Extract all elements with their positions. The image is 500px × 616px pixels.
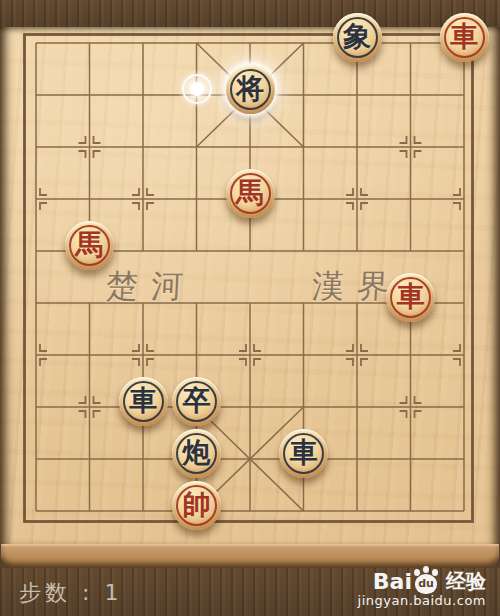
last-move-origin-marker: [182, 74, 212, 104]
piece-red-horse-a[interactable]: 馬: [226, 169, 275, 218]
piece-red-general[interactable]: 帥: [172, 481, 221, 530]
piece-character: 馬: [65, 221, 114, 270]
piece-black-chariot-b[interactable]: 車: [279, 429, 328, 478]
piece-character: 車: [119, 377, 168, 426]
baidu-paw-icon: du: [414, 568, 441, 595]
baidu-logo: Bai du 经验: [358, 567, 486, 595]
piece-character: 帥: [172, 481, 221, 530]
piece-character: 象: [333, 13, 382, 62]
baidu-jingyan-watermark: Bai du 经验 jingyan.baidu.com: [358, 567, 486, 608]
piece-character: 卒: [172, 377, 221, 426]
piece-red-horse-b[interactable]: 馬: [65, 221, 114, 270]
piece-black-soldier[interactable]: 卒: [172, 377, 221, 426]
watermark-url: jingyan.baidu.com: [358, 593, 486, 608]
piece-character: 車: [279, 429, 328, 478]
piece-black-cannon[interactable]: 炮: [172, 429, 221, 478]
piece-black-elephant[interactable]: 象: [333, 13, 382, 62]
jingyan-logo-text: 经验: [446, 568, 486, 595]
piece-red-chariot-b[interactable]: 車: [386, 273, 435, 322]
step-counter: 步数 : 1: [19, 578, 122, 608]
xiangqi-app-screen: 楚河 漢界 象車将馬馬車車卒炮車帥 步数 : 1 Bai du 经验 jingy…: [0, 0, 500, 616]
piece-black-general[interactable]: 将: [226, 65, 275, 114]
piece-red-chariot-a[interactable]: 車: [440, 13, 489, 62]
piece-character: 車: [440, 13, 489, 62]
baidu-logo-text: Bai: [373, 569, 412, 594]
piece-character: 車: [386, 273, 435, 322]
piece-character: 馬: [226, 169, 275, 218]
piece-black-chariot-a[interactable]: 車: [119, 377, 168, 426]
piece-character: 炮: [172, 429, 221, 478]
piece-character: 将: [226, 65, 275, 114]
